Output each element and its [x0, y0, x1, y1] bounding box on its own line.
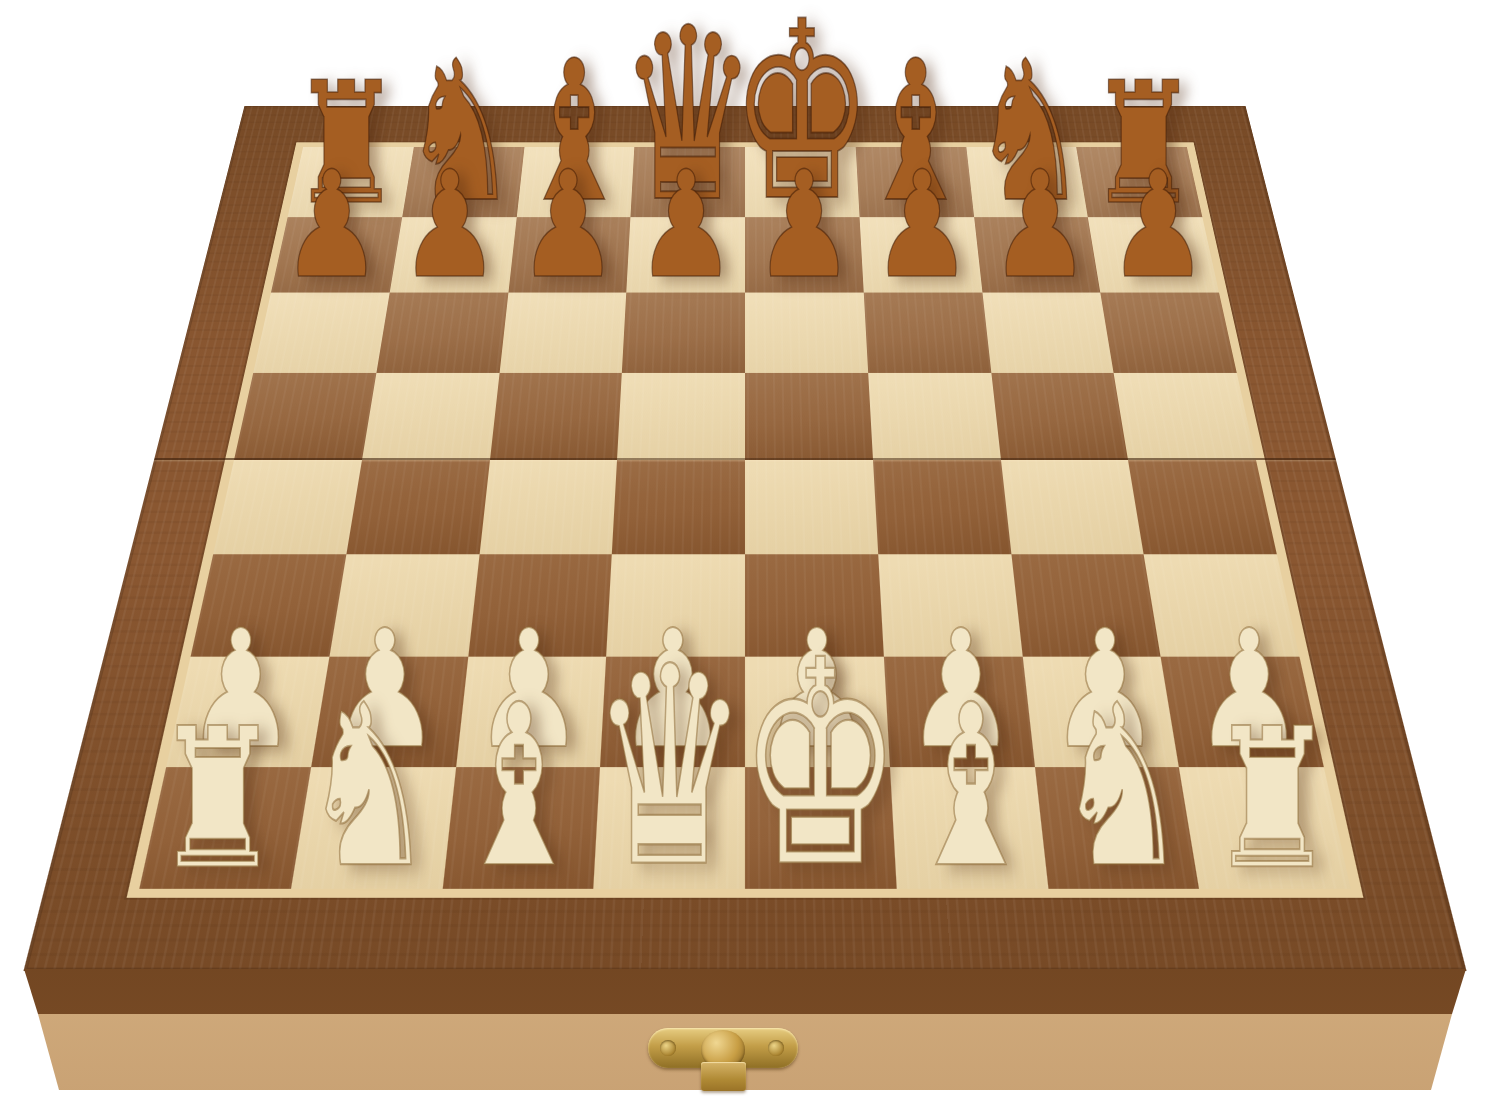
square-b3 — [329, 554, 479, 656]
square-f5 — [868, 373, 1001, 460]
brass-latch-tab — [701, 1062, 746, 1091]
square-b8 — [402, 147, 524, 217]
square-e8 — [745, 147, 859, 217]
square-a1 — [139, 767, 311, 888]
square-g4 — [1001, 460, 1144, 554]
square-c3 — [468, 554, 612, 656]
square-b4 — [346, 460, 489, 554]
square-h2 — [1161, 656, 1324, 767]
square-c7 — [508, 217, 631, 292]
square-a4 — [213, 460, 362, 554]
square-g7 — [974, 217, 1101, 292]
square-c1 — [442, 767, 600, 888]
square-f4 — [873, 460, 1011, 554]
square-a5 — [234, 373, 376, 460]
square-g3 — [1011, 554, 1161, 656]
square-h6 — [1100, 292, 1236, 373]
square-a8 — [288, 147, 414, 217]
square-h3 — [1144, 554, 1299, 656]
square-h5 — [1114, 373, 1256, 460]
square-a3 — [191, 554, 346, 656]
square-d8 — [631, 147, 745, 217]
square-f3 — [878, 554, 1022, 656]
square-d7 — [627, 217, 745, 292]
square-d4 — [612, 460, 745, 554]
square-e1 — [745, 767, 896, 888]
square-f7 — [859, 217, 982, 292]
square-c6 — [499, 292, 626, 373]
square-d3 — [606, 554, 745, 656]
square-g2 — [1022, 656, 1179, 767]
square-b6 — [376, 292, 508, 373]
square-a2 — [166, 656, 329, 767]
square-c4 — [479, 460, 617, 554]
square-a6 — [253, 292, 389, 373]
square-f6 — [863, 292, 990, 373]
latch-screw-right — [768, 1040, 784, 1056]
square-g6 — [982, 292, 1114, 373]
square-f8 — [855, 147, 973, 217]
square-c8 — [516, 147, 634, 217]
square-e6 — [745, 292, 868, 373]
board-fold-seam — [154, 458, 1336, 460]
square-f1 — [890, 767, 1048, 888]
square-h1 — [1179, 767, 1351, 888]
chess-set-photo: ♜♞♝♛♚♝♞♜♟♟♟♟♟♟♟♟♟♟♟♟♟♟♟♟♜♞♝♛♚♝♞♜ — [0, 0, 1500, 1097]
square-g8 — [966, 147, 1088, 217]
square-e3 — [745, 554, 884, 656]
latch-screw-left — [660, 1040, 676, 1056]
square-f2 — [884, 656, 1035, 767]
chess-board — [24, 106, 1467, 971]
square-d5 — [617, 373, 745, 460]
square-a7 — [271, 217, 402, 292]
square-e5 — [745, 373, 873, 460]
board-squares-grid — [139, 147, 1350, 889]
square-h4 — [1128, 460, 1277, 554]
square-e4 — [745, 460, 878, 554]
square-g1 — [1034, 767, 1199, 888]
square-c5 — [490, 373, 623, 460]
square-g5 — [991, 373, 1128, 460]
square-b1 — [291, 767, 456, 888]
square-e7 — [745, 217, 863, 292]
square-d1 — [594, 767, 745, 888]
square-h7 — [1088, 217, 1219, 292]
square-b5 — [362, 373, 499, 460]
square-b7 — [390, 217, 517, 292]
square-e2 — [745, 656, 890, 767]
square-h8 — [1076, 147, 1202, 217]
square-b2 — [311, 656, 468, 767]
square-d6 — [622, 292, 745, 373]
square-c2 — [456, 656, 607, 767]
square-d2 — [600, 656, 745, 767]
